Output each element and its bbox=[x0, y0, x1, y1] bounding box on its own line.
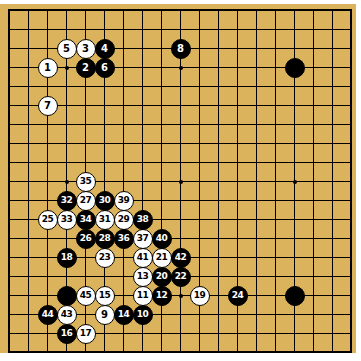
stone-black-32: 32 bbox=[57, 191, 77, 211]
stone-white-41: 41 bbox=[133, 248, 153, 268]
stone-white-9: 9 bbox=[95, 305, 115, 325]
stone-black-20: 20 bbox=[152, 267, 172, 287]
stone-black-44: 44 bbox=[38, 305, 58, 325]
stone-white-7: 7 bbox=[38, 96, 58, 116]
stone-white-17: 17 bbox=[76, 324, 96, 344]
stone-black-8: 8 bbox=[171, 39, 191, 59]
stone-white-13: 13 bbox=[133, 267, 153, 287]
stone-white-25: 25 bbox=[38, 210, 58, 230]
stone-black-28: 28 bbox=[95, 229, 115, 249]
stone-white-35: 35 bbox=[76, 172, 96, 192]
stone-white-31: 31 bbox=[95, 210, 115, 230]
stone-black-38: 38 bbox=[133, 210, 153, 230]
stone-white-39: 39 bbox=[114, 191, 134, 211]
stone-black-4: 4 bbox=[95, 39, 115, 59]
stone-black-16: 16 bbox=[57, 324, 77, 344]
stone-white-27: 27 bbox=[76, 191, 96, 211]
go-diagram-page: 1234567891011121314151617181920212223242… bbox=[0, 0, 361, 361]
stone-black-36: 36 bbox=[114, 229, 134, 249]
stone-black-40: 40 bbox=[152, 229, 172, 249]
stone-white-5: 5 bbox=[57, 39, 77, 59]
stone-white-33: 33 bbox=[57, 210, 77, 230]
stone-black-42: 42 bbox=[171, 248, 191, 268]
stone-white-43: 43 bbox=[57, 305, 77, 325]
stone-white-3: 3 bbox=[76, 39, 96, 59]
stone-black-34: 34 bbox=[76, 210, 96, 230]
stone-black-10: 10 bbox=[133, 305, 153, 325]
stone-white-37: 37 bbox=[133, 229, 153, 249]
stone-white-45: 45 bbox=[76, 286, 96, 306]
go-board: 1234567891011121314151617181920212223242… bbox=[0, 4, 356, 353]
stones-layer: 1234567891011121314151617181920212223242… bbox=[0, 1, 361, 361]
stone-white-15: 15 bbox=[95, 286, 115, 306]
stone-black-14: 14 bbox=[114, 305, 134, 325]
stone-white-19: 19 bbox=[190, 286, 210, 306]
stone-white-29: 29 bbox=[114, 210, 134, 230]
stone-black-18: 18 bbox=[57, 248, 77, 268]
stone-black-12: 12 bbox=[152, 286, 172, 306]
stone-black-26: 26 bbox=[76, 229, 96, 249]
stone-black-6: 6 bbox=[95, 58, 115, 78]
stone-black-setup bbox=[57, 286, 77, 306]
stone-white-11: 11 bbox=[133, 286, 153, 306]
stone-black-24: 24 bbox=[228, 286, 248, 306]
stone-white-23: 23 bbox=[95, 248, 115, 268]
stone-white-21: 21 bbox=[152, 248, 172, 268]
stone-black-30: 30 bbox=[95, 191, 115, 211]
stone-white-1: 1 bbox=[38, 58, 58, 78]
stone-black-setup bbox=[285, 58, 305, 78]
stone-black-setup bbox=[285, 286, 305, 306]
stone-black-22: 22 bbox=[171, 267, 191, 287]
stone-black-2: 2 bbox=[76, 58, 96, 78]
